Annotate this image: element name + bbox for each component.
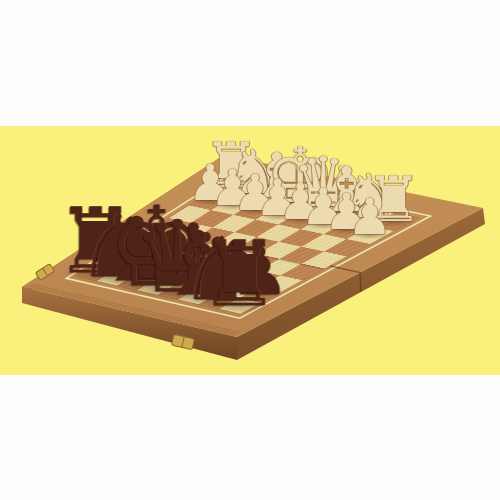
- photo-stage: ♜♞♝♚♛♝♞♜♟♟♟♟♟♟♟♟♟♟♟♟♟♟♟♟♜♞♝♚♛♝♞♜: [0, 0, 500, 500]
